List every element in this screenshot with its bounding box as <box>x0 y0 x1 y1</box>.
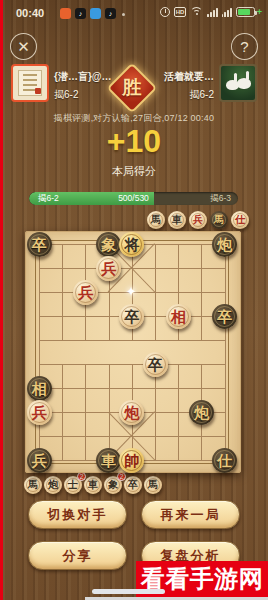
switch-opponent-button[interactable]: 切换对手 <box>28 500 127 529</box>
piece-象: 象2 <box>104 476 122 494</box>
player-left-avatar[interactable] <box>11 64 49 102</box>
piece-将: 将 <box>119 232 144 257</box>
home-indicator <box>92 589 165 594</box>
piece-士: 士2 <box>64 476 82 494</box>
battery-icon <box>236 7 255 17</box>
blue-app-icon <box>90 8 101 19</box>
score-delta: +10 <box>0 123 268 160</box>
xiangqi-result-screen: 00:40 ♪ ♪ HD + ✕ ? {潜…盲}@… 揭6-2 胜 活着就要… … <box>0 0 268 600</box>
player-left-rank: 揭6-2 <box>54 88 78 102</box>
piece-車: 車 <box>84 476 102 494</box>
status-icons: HD + <box>160 7 262 17</box>
signal-icon-2 <box>222 7 232 17</box>
close-button[interactable]: ✕ <box>10 33 37 60</box>
piece-兵: 兵 <box>27 448 52 473</box>
orange-app-icon <box>60 8 71 19</box>
piece-車: 車 <box>96 448 121 473</box>
piece-卒: 卒 <box>119 304 144 329</box>
player-right-rank: 揭6-2 <box>190 88 214 102</box>
piece-兵: 兵 <box>96 256 121 281</box>
rank-progress-bar: 揭6-2 500/530 揭6-3 <box>29 192 238 205</box>
piece-炮: 炮 <box>189 400 214 425</box>
charging-icon: + <box>257 7 262 17</box>
piece-炮: 炮 <box>212 232 237 257</box>
piece-卒: 卒 <box>27 232 52 257</box>
swan-icon <box>237 78 251 89</box>
watermark-left-border <box>0 0 3 600</box>
share-button[interactable]: 分享 <box>28 541 127 570</box>
player-right-name: 活着就要… <box>164 70 214 84</box>
play-again-button[interactable]: 再来一局 <box>141 500 240 529</box>
piece-馬: 馬 <box>144 476 162 494</box>
xiangqi-board <box>25 231 241 473</box>
piece-仕: 仕 <box>231 211 249 229</box>
player-right-avatar[interactable] <box>219 64 257 102</box>
notification-dot <box>122 13 125 16</box>
video-app-icon: ♪ <box>105 8 116 19</box>
piece-卒: 卒 <box>143 352 168 377</box>
rank-next: 揭6-3 <box>210 192 231 205</box>
victory-badge: 胜 <box>107 63 158 114</box>
player-left-name: {潜…盲}@… <box>54 70 112 84</box>
piece-帥: 帥 <box>119 448 144 473</box>
hd-icon: HD <box>174 7 187 17</box>
piece-馬: 馬 <box>147 211 165 229</box>
piece-兵: 兵 <box>73 280 98 305</box>
piece-馬: 馬 <box>24 476 42 494</box>
piece-馬: 馬 <box>210 211 228 229</box>
piece-卒: 卒 <box>124 476 142 494</box>
help-button[interactable]: ? <box>231 33 258 60</box>
piece-相: 相 <box>166 304 191 329</box>
piece-仕: 仕 <box>212 448 237 473</box>
music-app-icon: ♪ <box>75 8 86 19</box>
piece-兵: 兵 <box>27 400 52 425</box>
alarm-icon <box>160 7 170 17</box>
piece-象: 象 <box>96 232 121 257</box>
piece-相: 相 <box>27 376 52 401</box>
clock-time: 00:40 <box>16 7 44 19</box>
avatar-seal <box>35 88 41 94</box>
piece-卒: 卒 <box>212 304 237 329</box>
rank-score: 500/530 <box>29 192 238 205</box>
piece-炮: 炮 <box>119 400 144 425</box>
last-move-marker: ✦ <box>126 284 137 299</box>
signal-icon <box>207 7 217 17</box>
score-label: 本局得分 <box>0 164 268 179</box>
piece-車: 車 <box>168 211 186 229</box>
piece-炮: 炮 <box>44 476 62 494</box>
piece-兵: 兵 <box>189 211 207 229</box>
wifi-icon <box>190 7 203 17</box>
victory-badge-label: 胜 <box>116 72 148 104</box>
